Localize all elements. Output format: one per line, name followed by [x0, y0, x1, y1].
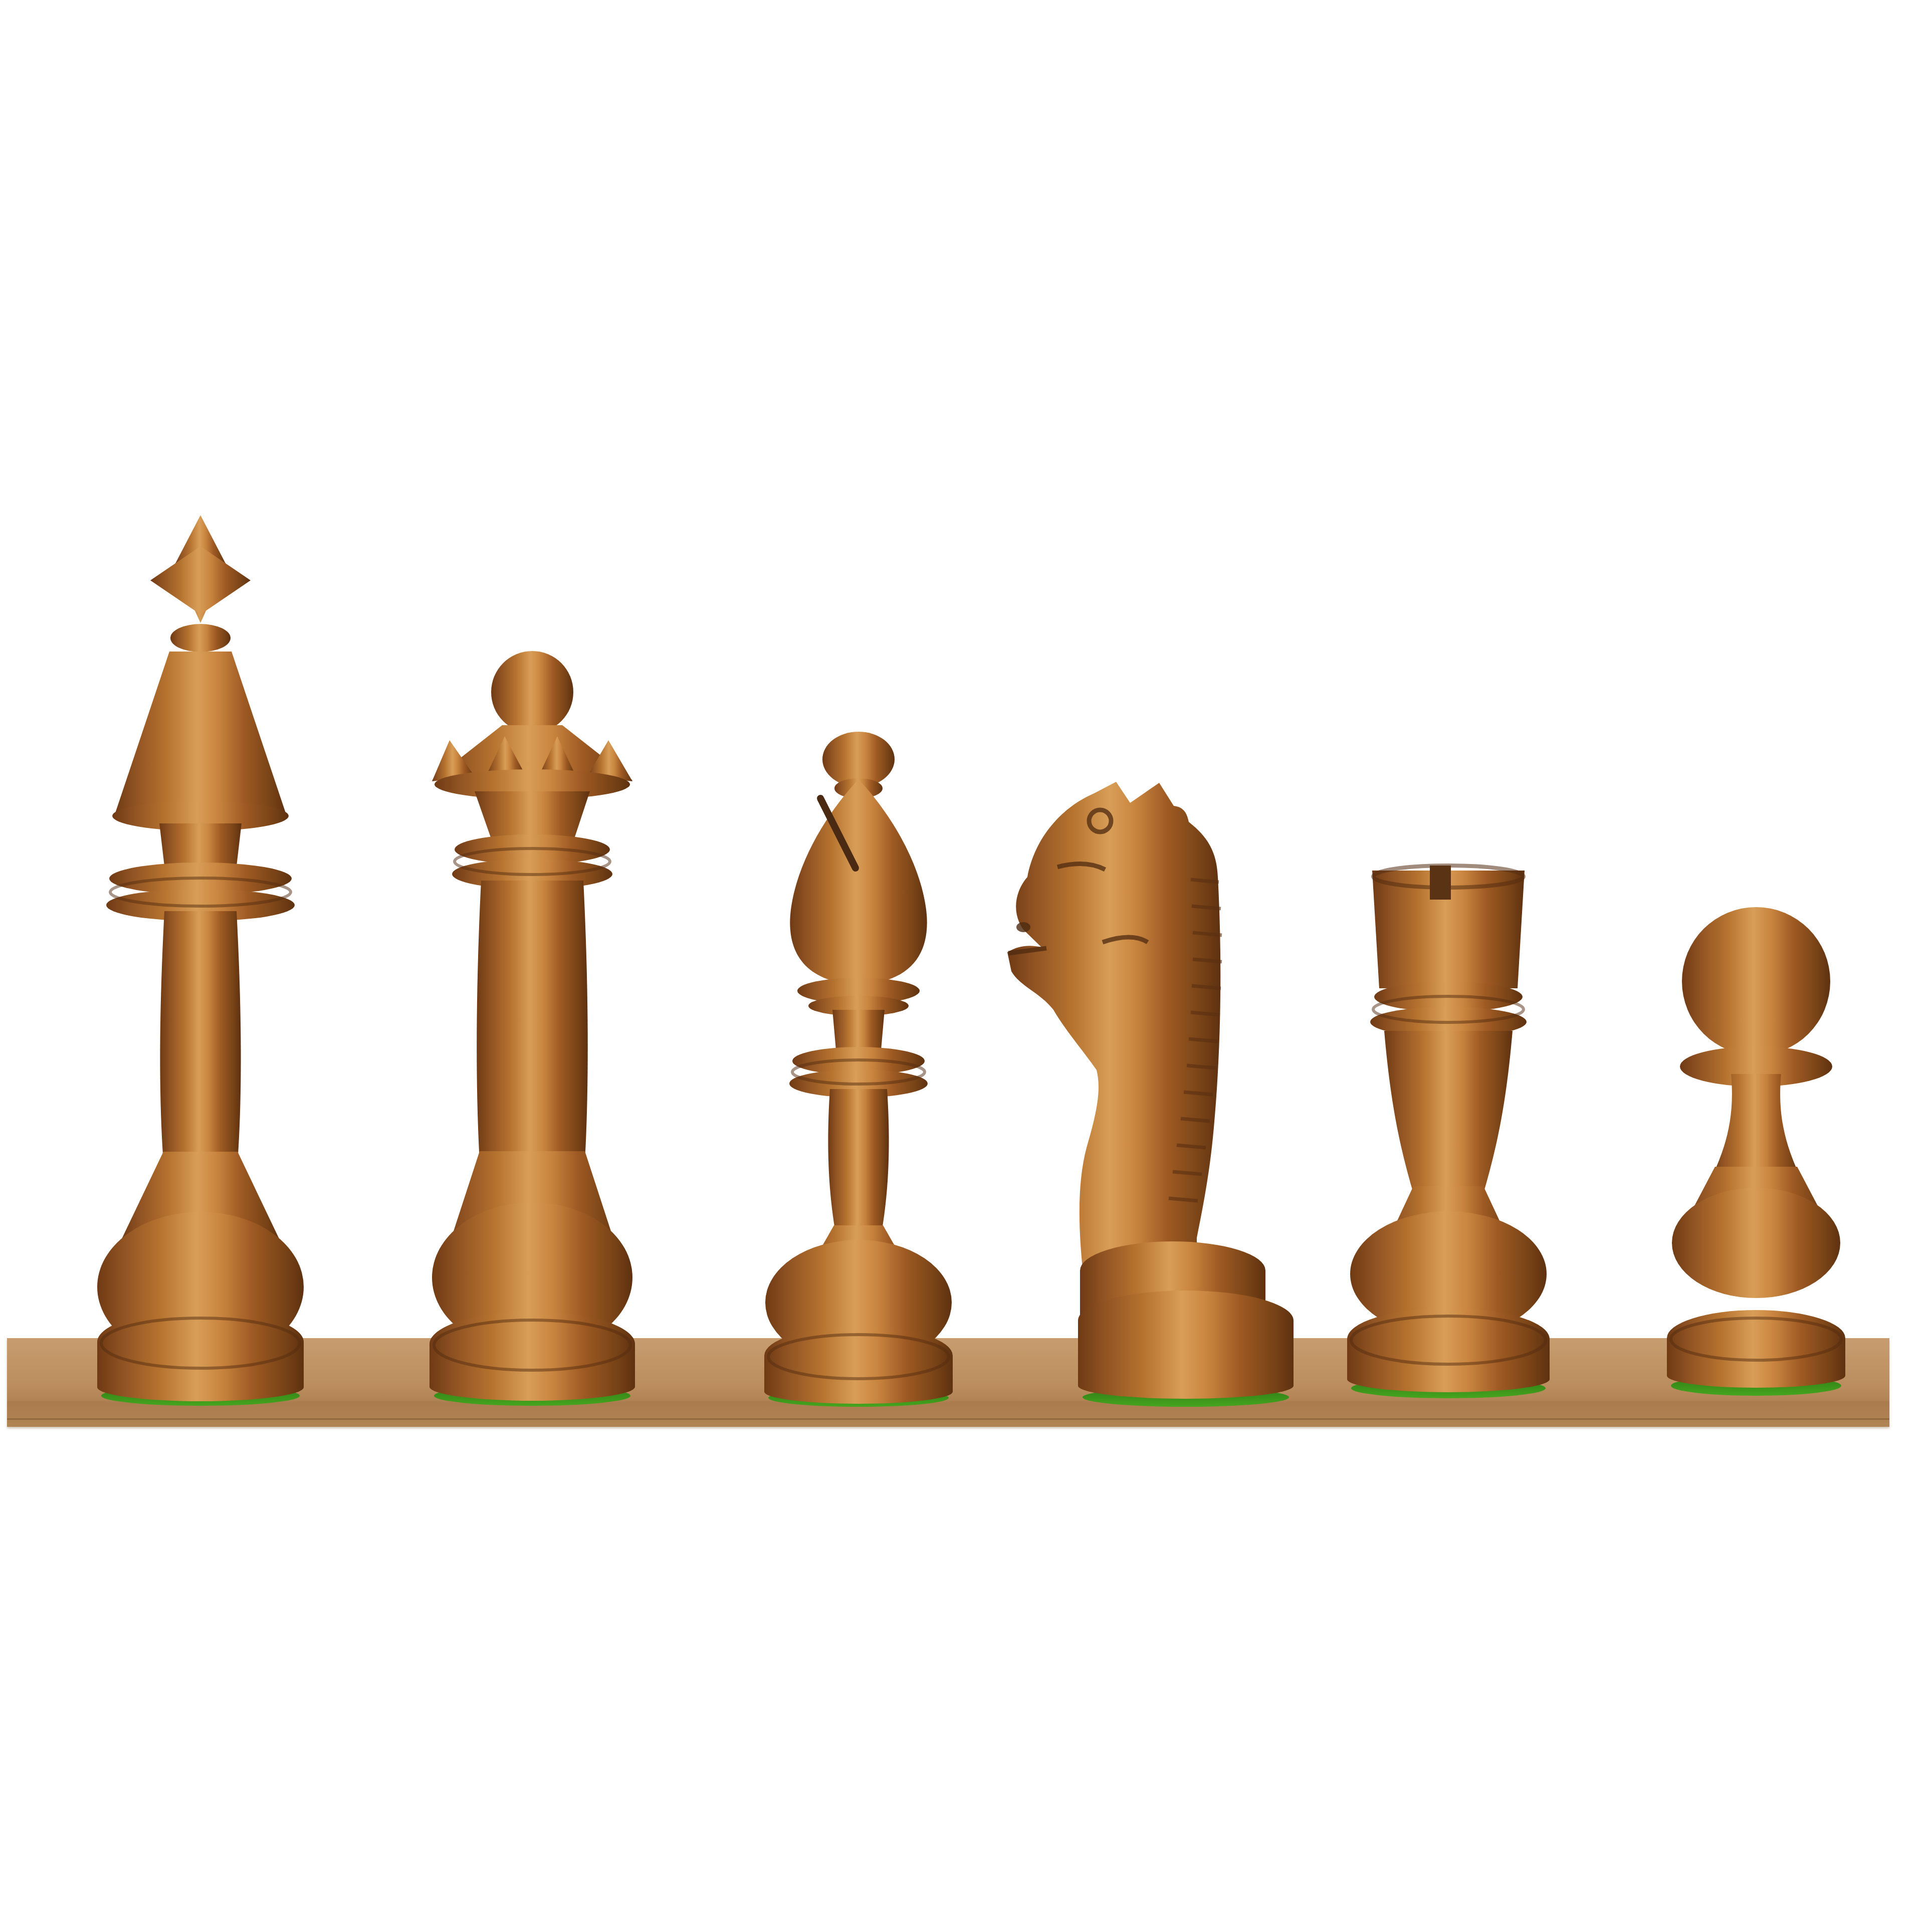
shelf-front-edge: [7, 1418, 1889, 1420]
rook-silhouette: [1338, 866, 1559, 1407]
pawn-ball-head: [1682, 907, 1830, 1055]
pawn-piece: ♟: [1656, 906, 1856, 1407]
king-silhouette: [90, 515, 311, 1407]
pawn-silhouette: [1656, 906, 1856, 1407]
queen-ball-finial: [491, 651, 573, 733]
knight-nostril: [1016, 922, 1030, 932]
knight-piece: ♞: [997, 777, 1318, 1407]
queen-silhouette: [422, 650, 642, 1407]
chess-set-product-photo: ♚: [0, 0, 1932, 1932]
queen-piece: ♛: [422, 650, 642, 1407]
rook-piece: ♜: [1338, 866, 1559, 1407]
knight-horse-head: [1007, 782, 1220, 1268]
bishop-piece: ♝: [755, 729, 965, 1407]
bishop-silhouette: [755, 729, 965, 1407]
king-piece: ♚: [90, 515, 311, 1407]
rook-turret-slot: [1430, 866, 1451, 900]
knight-silhouette: [997, 777, 1318, 1407]
bishop-mitre: [790, 779, 927, 985]
